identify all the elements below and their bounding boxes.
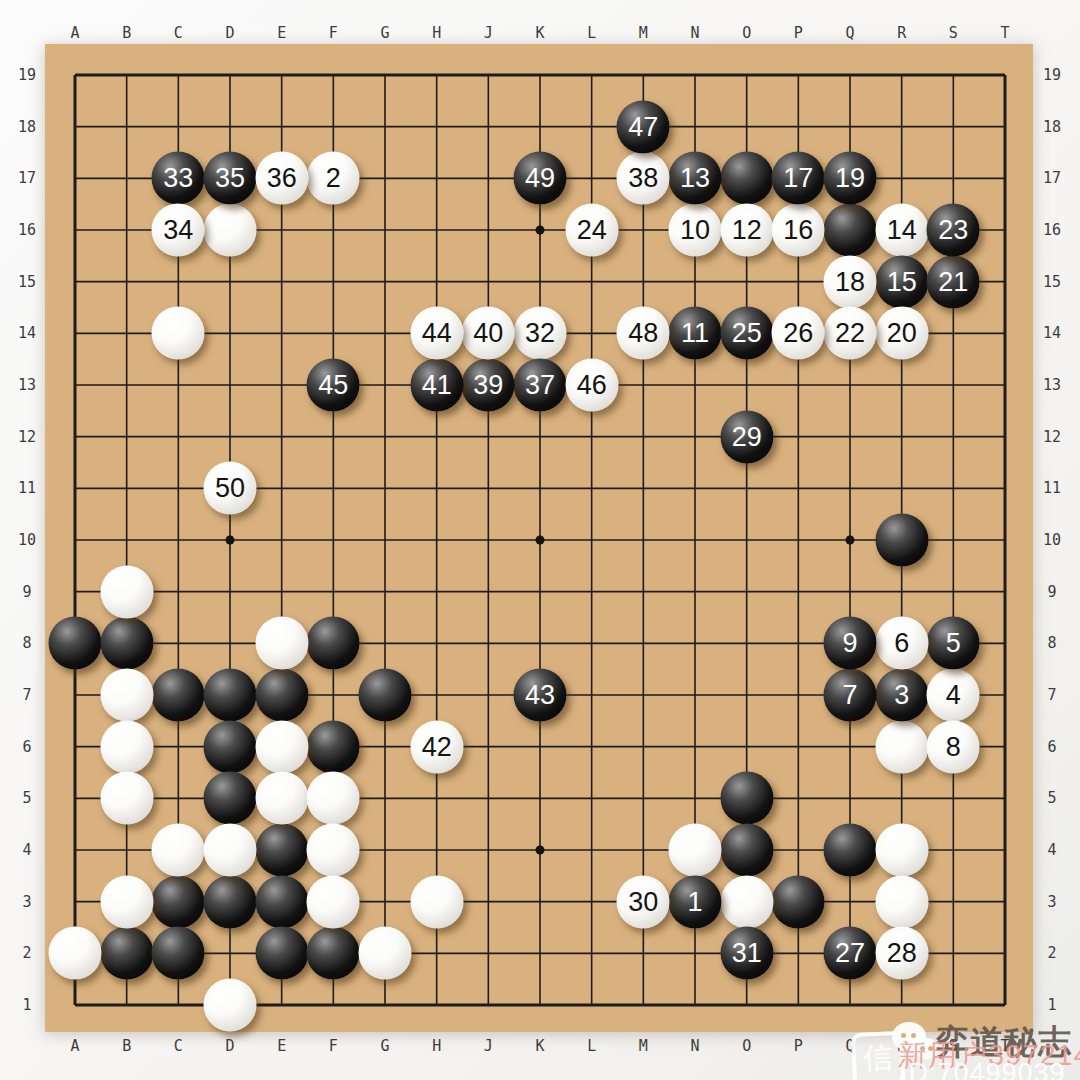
row-label-left: 14 <box>18 324 36 342</box>
column-label-top: J <box>484 24 493 42</box>
stone-black <box>255 669 308 722</box>
stone-white-move-4: 4 <box>927 669 980 722</box>
stone-white-move-12: 12 <box>720 204 773 257</box>
move-number: 24 <box>577 217 607 244</box>
stone-black <box>720 772 773 825</box>
move-number: 11 <box>681 320 709 347</box>
stone-black <box>255 927 308 980</box>
stone-white <box>152 824 205 877</box>
column-label-top: Q <box>845 24 854 42</box>
move-number: 34 <box>163 217 193 244</box>
move-number: 10 <box>680 217 710 244</box>
stone-black <box>152 875 205 928</box>
stone-white <box>204 979 257 1032</box>
stone-white <box>875 875 928 928</box>
move-number: 22 <box>835 320 865 347</box>
stone-white-move-40: 40 <box>462 307 515 360</box>
move-number: 19 <box>835 165 865 192</box>
stone-white <box>100 875 153 928</box>
stone-black <box>824 204 877 257</box>
move-number: 49 <box>525 165 555 192</box>
stone-white <box>255 617 308 670</box>
move-number: 18 <box>835 268 865 295</box>
row-label-left: 8 <box>22 634 31 652</box>
move-number: 5 <box>946 630 961 657</box>
move-number: 41 <box>422 372 452 399</box>
stone-black-move-39: 39 <box>462 359 515 412</box>
row-label-left: 12 <box>18 428 36 446</box>
row-label-left: 3 <box>22 893 31 911</box>
move-number: 9 <box>842 630 857 657</box>
stone-black <box>49 617 102 670</box>
stone-white <box>410 875 463 928</box>
move-number: 14 <box>887 217 917 244</box>
move-number: 42 <box>422 733 452 760</box>
stone-black <box>824 824 877 877</box>
stone-black <box>255 875 308 928</box>
move-number: 38 <box>628 165 658 192</box>
row-label-right: 13 <box>1043 376 1061 394</box>
row-label-right: 18 <box>1043 118 1061 136</box>
column-label-top: B <box>122 24 131 42</box>
column-label-top: R <box>897 24 906 42</box>
stone-black <box>720 824 773 877</box>
row-label-right: 1 <box>1047 996 1056 1014</box>
column-label-top: O <box>742 24 751 42</box>
stone-white <box>255 772 308 825</box>
stone-white-move-18: 18 <box>824 255 877 308</box>
move-number: 20 <box>887 320 917 347</box>
column-label-top: T <box>1000 24 1009 42</box>
move-number: 45 <box>318 372 348 399</box>
move-number: 30 <box>628 888 658 915</box>
stone-black-move-41: 41 <box>410 359 463 412</box>
stone-white <box>307 824 360 877</box>
move-number: 16 <box>783 217 813 244</box>
row-label-right: 16 <box>1043 221 1061 239</box>
row-label-right: 7 <box>1047 686 1056 704</box>
move-number: 46 <box>577 372 607 399</box>
move-number: 25 <box>732 320 762 347</box>
stone-white <box>875 720 928 773</box>
column-label-top: K <box>535 24 544 42</box>
row-label-left: 17 <box>18 169 36 187</box>
stone-black <box>255 824 308 877</box>
column-label-top: M <box>639 24 648 42</box>
move-number: 35 <box>215 165 245 192</box>
column-label-top: E <box>277 24 286 42</box>
stone-black <box>152 669 205 722</box>
stone-black <box>875 514 928 567</box>
row-label-left: 18 <box>18 118 36 136</box>
move-number: 33 <box>163 165 193 192</box>
row-label-left: 1 <box>22 996 31 1014</box>
move-number: 40 <box>473 320 503 347</box>
row-label-right: 14 <box>1043 324 1061 342</box>
row-label-left: 11 <box>18 479 36 497</box>
move-number: 37 <box>525 372 555 399</box>
row-label-left: 19 <box>18 66 36 84</box>
stone-white-move-34: 34 <box>152 204 205 257</box>
stone-white <box>669 824 722 877</box>
stone-black <box>772 875 825 928</box>
stone-white-move-14: 14 <box>875 204 928 257</box>
stone-white-move-42: 42 <box>410 720 463 773</box>
row-label-left: 13 <box>18 376 36 394</box>
stone-white-move-16: 16 <box>772 204 825 257</box>
stone-black-move-29: 29 <box>720 410 773 463</box>
row-label-right: 19 <box>1043 66 1061 84</box>
move-number: 12 <box>732 217 762 244</box>
row-label-left: 2 <box>22 944 31 962</box>
stone-white-move-48: 48 <box>617 307 670 360</box>
row-label-left: 4 <box>22 841 31 859</box>
column-label-top: D <box>225 24 234 42</box>
stone-black-move-35: 35 <box>204 152 257 205</box>
stone-white <box>255 720 308 773</box>
move-number: 29 <box>732 423 762 450</box>
stone-white-move-30: 30 <box>617 875 670 928</box>
stone-black-move-5: 5 <box>927 617 980 670</box>
move-number: 6 <box>894 630 909 657</box>
column-label-bottom: A <box>70 1037 79 1055</box>
stone-black-move-7: 7 <box>824 669 877 722</box>
column-label-bottom: G <box>380 1037 389 1055</box>
stone-black-move-37: 37 <box>514 359 567 412</box>
row-label-left: 9 <box>22 583 31 601</box>
row-label-left: 5 <box>22 789 31 807</box>
stone-white-move-8: 8 <box>927 720 980 773</box>
stone-black <box>307 927 360 980</box>
stone-black-move-31: 31 <box>720 927 773 980</box>
stone-black-move-47: 47 <box>617 100 670 153</box>
stone-black-move-11: 11 <box>669 307 722 360</box>
stone-white-move-36: 36 <box>255 152 308 205</box>
star-point <box>536 226 545 235</box>
move-number: 1 <box>687 888 702 915</box>
stone-black <box>720 152 773 205</box>
column-label-bottom: B <box>122 1037 131 1055</box>
stone-white <box>100 720 153 773</box>
column-label-bottom: L <box>587 1037 596 1055</box>
column-label-top: F <box>329 24 338 42</box>
column-label-top: H <box>432 24 441 42</box>
star-point <box>536 846 545 855</box>
stone-white <box>152 307 205 360</box>
column-label-top: C <box>174 24 183 42</box>
star-point <box>536 536 545 545</box>
board-layer: AABBCCDDEEFFGGHHJJKKLLMMNNOOPPQQRRSSTT19… <box>0 0 1080 1080</box>
column-label-bottom: E <box>277 1037 286 1055</box>
stone-black <box>307 617 360 670</box>
stone-black-move-3: 3 <box>875 669 928 722</box>
stone-white <box>720 875 773 928</box>
stone-white-move-44: 44 <box>410 307 463 360</box>
move-number: 23 <box>938 217 968 244</box>
column-label-bottom: C <box>174 1037 183 1055</box>
stone-white-move-2: 2 <box>307 152 360 205</box>
row-label-right: 3 <box>1047 893 1056 911</box>
stone-white-move-10: 10 <box>669 204 722 257</box>
stone-white <box>100 772 153 825</box>
stone-black <box>204 772 257 825</box>
stone-black-move-19: 19 <box>824 152 877 205</box>
column-label-bottom: J <box>484 1037 493 1055</box>
column-label-top: P <box>794 24 803 42</box>
stone-black <box>100 927 153 980</box>
stone-black-move-1: 1 <box>669 875 722 928</box>
move-number: 26 <box>783 320 813 347</box>
column-label-top: A <box>70 24 79 42</box>
move-number: 3 <box>894 682 909 709</box>
stone-white <box>875 824 928 877</box>
move-number: 2 <box>326 165 341 192</box>
move-number: 8 <box>946 733 961 760</box>
row-label-left: 7 <box>22 686 31 704</box>
row-label-right: 10 <box>1043 531 1061 549</box>
row-label-left: 15 <box>18 273 36 291</box>
stone-white-move-38: 38 <box>617 152 670 205</box>
row-label-left: 10 <box>18 531 36 549</box>
go-diagram: AABBCCDDEEFFGGHHJJKKLLMMNNOOPPQQRRSSTT19… <box>0 0 1080 1080</box>
stone-white-move-50: 50 <box>204 462 257 515</box>
column-label-bottom: F <box>329 1037 338 1055</box>
stone-white-move-32: 32 <box>514 307 567 360</box>
move-number: 39 <box>473 372 503 399</box>
row-label-right: 4 <box>1047 841 1056 859</box>
move-number: 36 <box>267 165 297 192</box>
column-label-bottom: N <box>690 1037 699 1055</box>
stone-black-move-15: 15 <box>875 255 928 308</box>
stone-white <box>49 927 102 980</box>
stone-black <box>204 875 257 928</box>
move-number: 13 <box>680 165 710 192</box>
move-number: 7 <box>842 682 857 709</box>
stone-white <box>204 204 257 257</box>
stone-black-move-23: 23 <box>927 204 980 257</box>
stone-white-move-6: 6 <box>875 617 928 670</box>
stone-black-move-13: 13 <box>669 152 722 205</box>
stone-white-move-20: 20 <box>875 307 928 360</box>
stone-black-move-25: 25 <box>720 307 773 360</box>
move-number: 32 <box>525 320 555 347</box>
watermark: 信 弈道秘志 新用户397214793 ID:70499039 <box>840 1014 1080 1080</box>
column-label-bottom: P <box>794 1037 803 1055</box>
row-label-right: 15 <box>1043 273 1061 291</box>
row-label-right: 2 <box>1047 944 1056 962</box>
stone-black-move-43: 43 <box>514 669 567 722</box>
star-point <box>846 536 855 545</box>
row-label-right: 5 <box>1047 789 1056 807</box>
stone-black <box>204 669 257 722</box>
column-label-bottom: H <box>432 1037 441 1055</box>
row-label-right: 6 <box>1047 738 1056 756</box>
stone-black-move-17: 17 <box>772 152 825 205</box>
move-number: 4 <box>946 682 961 709</box>
column-label-top: N <box>690 24 699 42</box>
column-label-bottom: D <box>225 1037 234 1055</box>
stone-black-move-33: 33 <box>152 152 205 205</box>
stone-white-move-26: 26 <box>772 307 825 360</box>
move-number: 50 <box>215 475 245 502</box>
stone-white <box>307 875 360 928</box>
row-label-right: 12 <box>1043 428 1061 446</box>
column-label-top: G <box>380 24 389 42</box>
row-label-right: 17 <box>1043 169 1061 187</box>
move-number: 27 <box>835 940 865 967</box>
move-number: 21 <box>938 268 968 295</box>
column-label-bottom: M <box>639 1037 648 1055</box>
column-label-bottom: O <box>742 1037 751 1055</box>
stone-black <box>307 720 360 773</box>
stone-white <box>307 772 360 825</box>
row-label-right: 8 <box>1047 634 1056 652</box>
row-label-right: 11 <box>1043 479 1061 497</box>
stone-black <box>152 927 205 980</box>
move-number: 31 <box>732 940 762 967</box>
stone-white-move-24: 24 <box>565 204 618 257</box>
stone-black-move-45: 45 <box>307 359 360 412</box>
stone-white-move-22: 22 <box>824 307 877 360</box>
stone-black <box>204 720 257 773</box>
stone-white-move-46: 46 <box>565 359 618 412</box>
star-point <box>226 536 235 545</box>
move-number: 28 <box>887 940 917 967</box>
stone-black <box>359 669 412 722</box>
row-label-left: 16 <box>18 221 36 239</box>
stone-black-move-49: 49 <box>514 152 567 205</box>
move-number: 15 <box>887 268 917 295</box>
watermark-id-text: ID:70499039 <box>900 1058 1066 1080</box>
move-number: 43 <box>525 682 555 709</box>
stone-black <box>100 617 153 670</box>
move-number: 47 <box>628 113 658 140</box>
move-number: 48 <box>628 320 658 347</box>
move-number: 44 <box>422 320 452 347</box>
stone-white <box>204 824 257 877</box>
stone-white <box>100 565 153 618</box>
column-label-top: S <box>949 24 958 42</box>
row-label-left: 6 <box>22 738 31 756</box>
stone-white <box>100 669 153 722</box>
column-label-bottom: K <box>535 1037 544 1055</box>
stone-white-move-28: 28 <box>875 927 928 980</box>
column-label-top: L <box>587 24 596 42</box>
stone-white <box>359 927 412 980</box>
row-label-right: 9 <box>1047 583 1056 601</box>
stone-black-move-27: 27 <box>824 927 877 980</box>
move-number: 17 <box>783 165 813 192</box>
stone-black-move-9: 9 <box>824 617 877 670</box>
stone-black-move-21: 21 <box>927 255 980 308</box>
